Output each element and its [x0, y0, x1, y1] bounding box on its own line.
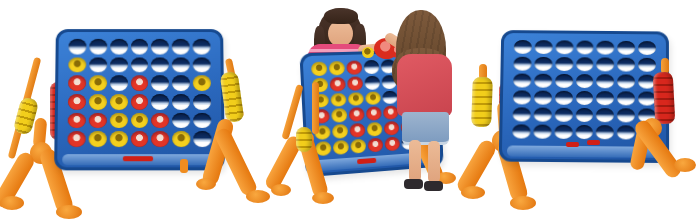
- empty-hole: [597, 41, 615, 55]
- empty-hole: [617, 108, 635, 122]
- product-photo: [0, 0, 700, 222]
- empty-hole: [555, 40, 573, 54]
- empty-hole: [596, 125, 614, 139]
- empty-hole: [617, 74, 635, 88]
- empty-hole: [534, 57, 552, 71]
- empty-hole: [596, 74, 614, 88]
- empty-hole: [533, 125, 551, 139]
- empty-hole: [575, 91, 593, 105]
- empty-hole: [575, 125, 593, 139]
- empty-hole: [514, 40, 532, 54]
- board-grid: [512, 40, 656, 140]
- empty-hole: [534, 91, 552, 105]
- empty-hole: [597, 57, 615, 71]
- empty-hole: [617, 41, 635, 55]
- empty-hole: [576, 57, 594, 71]
- empty-hole: [576, 74, 594, 88]
- empty-hole: [513, 57, 531, 71]
- right-view-left-leg-foot: [510, 196, 536, 210]
- empty-hole: [513, 74, 531, 88]
- product-view-right: [0, 0, 700, 222]
- empty-hole: [555, 57, 573, 71]
- release-slider: [566, 142, 579, 147]
- empty-hole: [575, 108, 593, 122]
- empty-hole: [513, 90, 531, 104]
- yellow-disc-stack: [471, 77, 493, 128]
- empty-hole: [534, 74, 552, 88]
- empty-hole: [555, 74, 573, 88]
- empty-hole: [596, 108, 614, 122]
- empty-hole: [617, 91, 635, 105]
- empty-hole: [576, 41, 594, 55]
- empty-hole: [513, 107, 531, 121]
- red-disc-stack: [653, 72, 676, 125]
- empty-hole: [617, 58, 635, 72]
- right-view-left-leg-foot: [461, 186, 485, 199]
- empty-hole: [554, 125, 572, 139]
- empty-hole: [512, 124, 530, 138]
- empty-hole: [638, 41, 656, 55]
- empty-hole: [533, 108, 551, 122]
- right-view-right-leg-foot: [674, 158, 696, 172]
- empty-hole: [638, 58, 656, 72]
- empty-hole: [596, 91, 614, 105]
- empty-hole: [555, 91, 573, 105]
- empty-hole: [554, 108, 572, 122]
- release-slider: [587, 140, 600, 145]
- empty-hole: [534, 40, 552, 54]
- empty-hole: [617, 125, 635, 139]
